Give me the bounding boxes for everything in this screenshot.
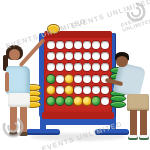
- empty-hole: [92, 75, 100, 83]
- empty-hole: [74, 52, 82, 60]
- board-cell-r3c4: [73, 62, 82, 73]
- board-cell-r6c3: [64, 95, 73, 106]
- boy-leg: [130, 110, 137, 136]
- yellow-disc: [65, 75, 73, 83]
- girl-lower-arm: [5, 72, 9, 92]
- empty-hole: [92, 63, 100, 71]
- boy-sneaker: [128, 135, 138, 140]
- girl-leg: [10, 107, 17, 133]
- board-cell-r2c3: [64, 50, 73, 61]
- yellow-disc: [65, 86, 73, 94]
- board-cell-r4c3: [64, 73, 73, 84]
- boy-leg: [140, 110, 147, 136]
- empty-hole: [83, 41, 91, 49]
- board-cell-r5c6: [91, 84, 100, 95]
- empty-hole: [83, 63, 91, 71]
- empty-hole: [83, 86, 91, 94]
- girl-figure: [0, 0, 60, 150]
- board-cell-r3c6: [91, 62, 100, 73]
- board-cell-r5c4: [73, 84, 82, 95]
- board-cell-r1c6: [91, 39, 100, 50]
- boy-shorts: [127, 94, 149, 111]
- board-cell-r5c5: [82, 84, 91, 95]
- board-cell-r4c4: [73, 73, 82, 84]
- board-cell-r2c6: [91, 50, 100, 61]
- board-cell-r3c5: [82, 62, 91, 73]
- girl-sandal: [19, 132, 28, 136]
- board-cell-r4c5: [82, 73, 91, 84]
- held-yellow-disc: [48, 25, 59, 33]
- board-cell-r5c3: [64, 84, 73, 95]
- board-cell-r2c4: [73, 50, 82, 61]
- empty-hole: [65, 63, 73, 71]
- green-disc: [92, 97, 100, 105]
- yellow-disc: [83, 97, 91, 105]
- empty-hole: [92, 86, 100, 94]
- girl-shorts: [8, 93, 30, 107]
- green-disc: [65, 97, 73, 105]
- girl-shirt: [6, 66, 30, 94]
- product-photo-scene: EVENTS UNLIMITED EVENTS UNLIMITED EVENTS…: [0, 0, 150, 150]
- yellow-disc: [74, 97, 82, 105]
- empty-hole: [74, 41, 82, 49]
- board-cell-r2c5: [82, 50, 91, 61]
- empty-hole: [92, 41, 100, 49]
- girl-leg: [20, 107, 27, 133]
- board-cell-r6c6: [91, 95, 100, 106]
- board-cell-r4c6: [91, 73, 100, 84]
- empty-hole: [74, 75, 82, 83]
- empty-hole: [74, 86, 82, 94]
- board-cell-r6c5: [82, 95, 91, 106]
- girl-head: [9, 49, 20, 60]
- boy-head: [116, 56, 128, 67]
- board-cell-r3c3: [64, 62, 73, 73]
- board-cell-r1c5: [82, 39, 91, 50]
- empty-hole: [83, 52, 91, 60]
- empty-hole: [92, 52, 100, 60]
- empty-hole: [83, 75, 91, 83]
- empty-hole: [65, 52, 73, 60]
- board-cell-r6c4: [73, 95, 82, 106]
- empty-hole: [74, 63, 82, 71]
- board-cell-r1c3: [64, 39, 73, 50]
- girl-sandal: [9, 132, 18, 136]
- boy-sneaker: [139, 135, 149, 140]
- board-cell-r1c4: [73, 39, 82, 50]
- empty-hole: [65, 41, 73, 49]
